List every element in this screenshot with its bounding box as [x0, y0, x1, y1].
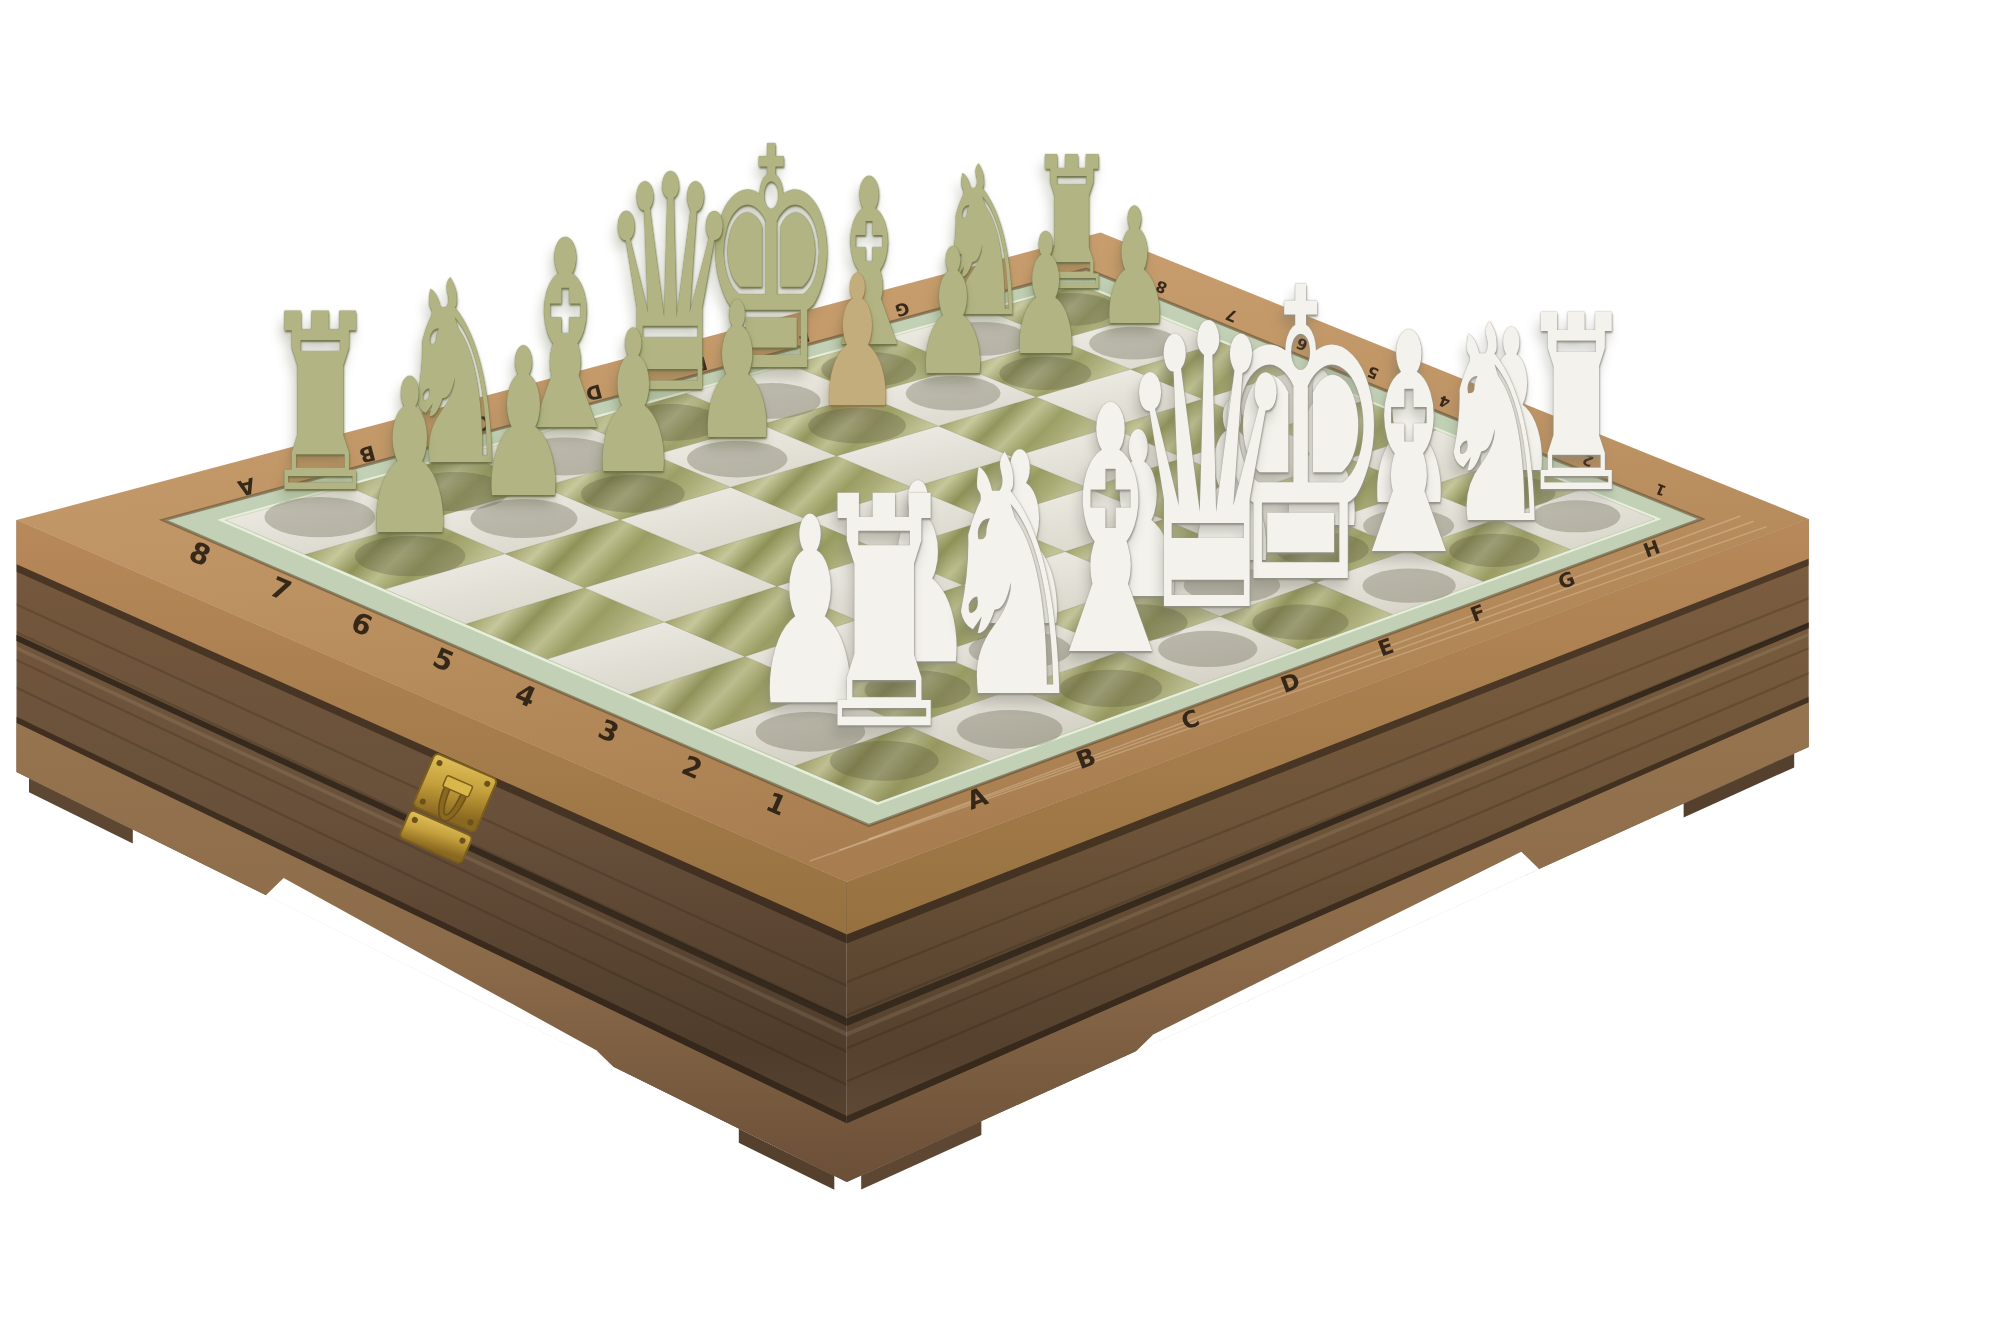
piece-black-pawn-c7[interactable]: ♟ [582, 305, 684, 502]
piece-black-pawn-e7[interactable]: ♟ [810, 252, 904, 433]
piece-black-pawn-a7[interactable]: ♟ [355, 351, 466, 565]
piece-white-rook-a1[interactable]: ♜ [801, 456, 967, 774]
piece-black-pawn-d7[interactable]: ♟ [688, 278, 786, 467]
piece-black-pawn-b7[interactable]: ♟ [471, 322, 578, 527]
chess-set-photo: 1AA12BB23CC34DD45EE56FF67GG78HH8 ♜♞♝♛♚♝♞… [0, 0, 2000, 1334]
piece-black-pawn-f7[interactable]: ♟ [908, 226, 998, 400]
